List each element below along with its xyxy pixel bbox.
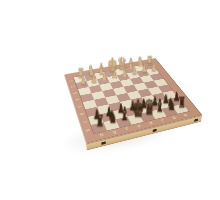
black-rook-h8: ♜: [94, 113, 104, 129]
black-knight-b8: ♞: [166, 96, 176, 113]
white-pawn-b2: ♟: [140, 63, 148, 74]
black-king-e8: ♚: [131, 97, 141, 121]
black-rook-a8: ♜: [177, 95, 187, 110]
black-bishop-f8: ♝: [119, 105, 129, 124]
pieces-layer: ♜♞♝♚♛♝♞♜♟♟♟♟♟♟♟♟♟♟♟♟♟♟♟♟♜♞♝♚♛♝♞♜: [64, 58, 202, 143]
white-pawn-h2: ♟: [78, 75, 87, 87]
scene: hgfedcba 12345678 ♜♞♝♚♛♝♞♜♟♟♟♟♟♟♟♟♟♟♟♟♟♟…: [32, 23, 197, 173]
black-bishop-c8: ♝: [154, 97, 164, 115]
hinge: [194, 118, 198, 121]
photo-background: hgfedcba 12345678 ♜♞♝♚♛♝♞♜♟♟♟♟♟♟♟♟♟♟♟♟♟♟…: [0, 0, 220, 200]
white-pawn-a2: ♟: [149, 62, 157, 73]
white-pawn-e2: ♟: [110, 69, 118, 80]
white-pawn-g2: ♟: [89, 73, 98, 85]
chess-board: hgfedcba 12345678 ♜♞♝♚♛♝♞♜♟♟♟♟♟♟♟♟♟♟♟♟♟♟…: [64, 58, 202, 143]
white-pawn-c2: ♟: [130, 65, 138, 76]
photo-zoom-wrapper: hgfedcba 12345678 ♜♞♝♚♛♝♞♜♟♟♟♟♟♟♟♟♟♟♟♟♟♟…: [32, 23, 197, 173]
white-pawn-d2: ♟: [120, 67, 128, 78]
black-knight-g8: ♞: [107, 108, 117, 126]
black-queen-d8: ♛: [143, 96, 153, 118]
white-pawn-f2: ♟: [100, 71, 109, 82]
hinge: [102, 141, 106, 145]
hinge: [153, 128, 157, 131]
